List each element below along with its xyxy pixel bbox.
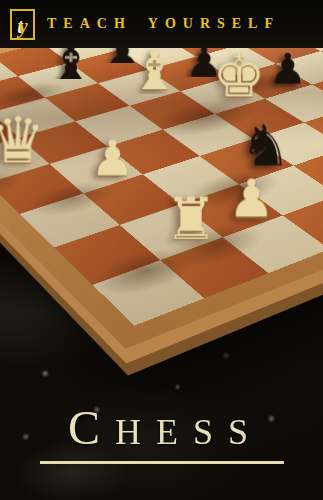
publisher-logo: t y bbox=[10, 9, 35, 40]
chess-piece-wQ: ♛ bbox=[0, 109, 52, 173]
chess-board: ♝♟♚♟♝♟♛♚♟♟♞♜♟ bbox=[0, 48, 323, 349]
chess-piece-wR: ♜ bbox=[152, 189, 228, 247]
series-title: TEACH YOURSELF bbox=[47, 16, 280, 32]
book-title-rest: HESS bbox=[115, 412, 263, 452]
logo-letter-y: y bbox=[19, 16, 28, 36]
chess-piece-wB: ♝ bbox=[123, 48, 184, 98]
book-cover: t y TEACH YOURSELF ♝♟♚♟♝♟♛♚♟♟♞♜♟ CHESS bbox=[0, 0, 323, 500]
chess-piece-wK: ♚ bbox=[208, 48, 270, 106]
chess-piece-wP: ♟ bbox=[77, 134, 147, 183]
header-band: t y TEACH YOURSELF bbox=[0, 0, 323, 48]
chess-piece-bB: ♝ bbox=[41, 48, 101, 90]
title-block: CHESS bbox=[0, 404, 323, 464]
book-title: CHESS bbox=[8, 404, 323, 452]
book-title-initial: C bbox=[68, 401, 115, 454]
title-underline bbox=[40, 461, 284, 464]
board-grid: ♝♟♚♟♝♟♛♚♟♟♞♜♟ bbox=[0, 48, 323, 326]
chess-piece-bN: ♞ bbox=[231, 117, 300, 174]
